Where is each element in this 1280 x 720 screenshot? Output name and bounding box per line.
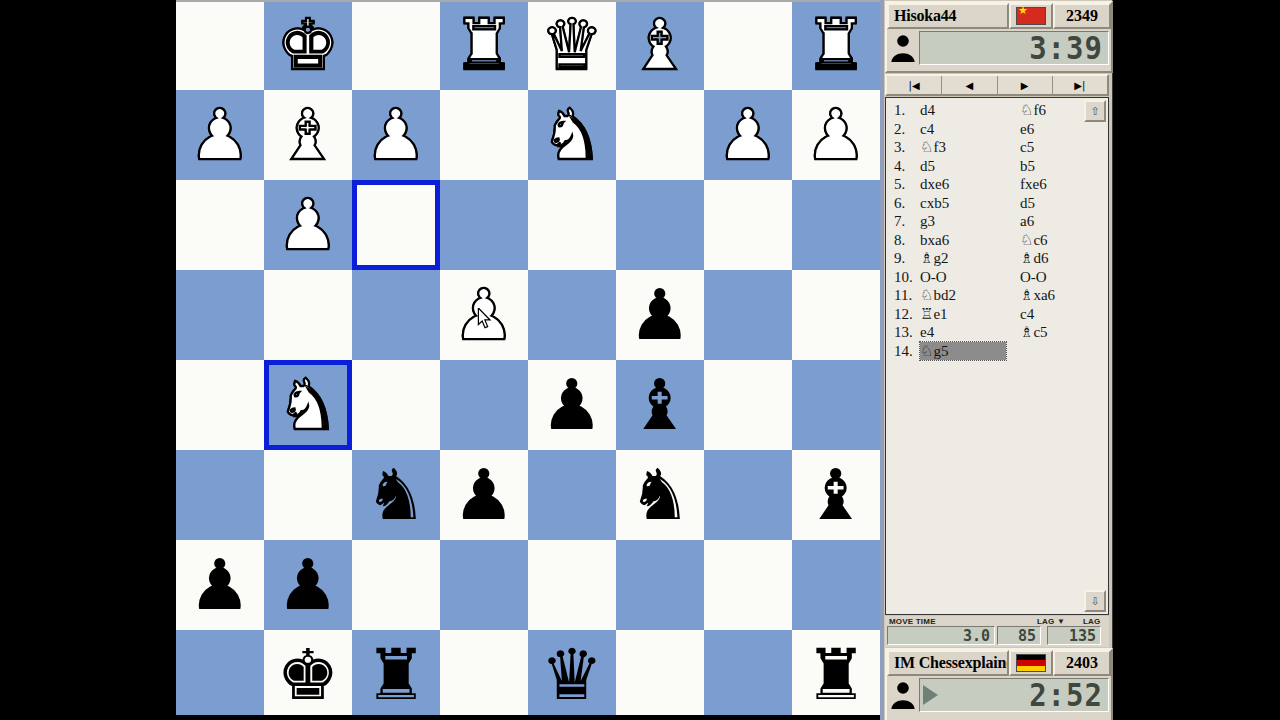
black-move[interactable]: d5 [1020, 194, 1035, 213]
move-navigation-bar: |◀ ◀ ▶ ▶| [885, 74, 1109, 96]
square-f8[interactable]: ♜ [352, 630, 440, 720]
square-h6[interactable] [176, 450, 264, 540]
square-c5[interactable]: ♝ [616, 360, 704, 450]
square-b2[interactable]: ♟ [704, 90, 792, 180]
black-bishop: ♝ [629, 370, 692, 440]
top-player-flag-box [1009, 3, 1053, 29]
move-row: 3.♘f3c5 [886, 138, 1108, 157]
top-player-name-row: Hisoka44 2349 [887, 3, 1111, 29]
move-number: 4. [886, 157, 920, 176]
white-pawn: ♟ [189, 100, 252, 170]
black-move[interactable]: b5 [1020, 157, 1035, 176]
move-row: 11.♘bd2♗xa6 [886, 286, 1108, 305]
white-move[interactable]: ♖e1 [920, 305, 1020, 324]
square-g8[interactable]: ♚ [264, 630, 352, 720]
move-number: 11. [886, 286, 920, 305]
square-b3[interactable] [704, 180, 792, 270]
square-a5[interactable] [792, 360, 880, 450]
scroll-down-button[interactable]: ⇩ [1084, 590, 1106, 612]
square-a3[interactable] [792, 180, 880, 270]
square-h2[interactable]: ♟ [176, 90, 264, 180]
move-row: 12.♖e1c4 [886, 305, 1108, 324]
square-c2[interactable] [616, 90, 704, 180]
square-d3[interactable] [528, 180, 616, 270]
move-list: 1.d4♘f62.c4e63.♘f3c54.d5b55.dxe6fxe66.cx… [885, 97, 1109, 615]
white-move[interactable]: bxa6 [920, 231, 1020, 250]
black-pawn: ♟ [189, 550, 252, 620]
lag-down-label: LAG ▼ [1037, 617, 1065, 626]
move-row: 6.cxb5d5 [886, 194, 1108, 213]
move-number: 8. [886, 231, 920, 250]
top-player-rating: 2349 [1053, 3, 1111, 29]
move-row: 2.c4e6 [886, 120, 1108, 139]
square-b1[interactable] [704, 0, 792, 90]
white-move[interactable]: ♘f3 [920, 138, 1020, 157]
square-f3[interactable] [352, 180, 440, 270]
bottom-clock-time: 2:52 [1029, 677, 1103, 714]
nav-last-button[interactable]: ▶| [1053, 76, 1107, 94]
move-time-label: MOVE TIME [889, 617, 936, 626]
square-g1[interactable]: ♚ [264, 0, 352, 90]
square-f1[interactable] [352, 0, 440, 90]
square-d6[interactable] [528, 450, 616, 540]
chess-app-window: ♚♜♛♝♜♟♝♟♞♟♟♟♟♟♞♟♝♞♟♞♝♟♟♚♜♛♜ Hisoka44 234… [0, 0, 1280, 720]
square-d2[interactable]: ♞ [528, 90, 616, 180]
move-list-rows: 1.d4♘f62.c4e63.♘f3c54.d5b55.dxe6fxe66.cx… [886, 98, 1108, 360]
white-knight: ♞ [277, 370, 340, 440]
square-c4[interactable]: ♟ [616, 270, 704, 360]
square-g5[interactable]: ♞ [264, 360, 352, 450]
bottom-player-rating: 2403 [1053, 650, 1111, 676]
square-c6[interactable]: ♞ [616, 450, 704, 540]
bottom-player-clock-row: 2:52 [887, 676, 1111, 714]
black-move[interactable]: ♘c6 [1020, 231, 1048, 250]
white-move[interactable]: c4 [920, 120, 1020, 139]
game-info-panel: Hisoka44 2349 3:39 [884, 0, 1113, 720]
square-f6[interactable]: ♞ [352, 450, 440, 540]
board-bottom-edge [176, 715, 880, 720]
square-c1[interactable]: ♝ [616, 0, 704, 90]
lag-down-field: 85 [997, 626, 1041, 645]
square-b6[interactable] [704, 450, 792, 540]
move-row: 14.♘g5 [886, 342, 1108, 361]
square-f2[interactable]: ♟ [352, 90, 440, 180]
active-clock-indicator-icon [923, 685, 938, 705]
square-e5[interactable] [440, 360, 528, 450]
scroll-up-button[interactable]: ⇧ [1084, 100, 1106, 122]
bottom-player-clock: 2:52 [919, 678, 1109, 712]
move-number: 5. [886, 175, 920, 194]
square-e7[interactable] [440, 540, 528, 630]
white-pawn: ♟ [805, 100, 868, 170]
timing-stats-bar: MOVE TIME LAG ▼ LAG ▲ 3.0 85 135 [885, 616, 1109, 647]
white-knight: ♞ [541, 100, 604, 170]
square-e3[interactable] [440, 180, 528, 270]
white-queen: ♛ [541, 10, 604, 80]
move-row: 7.g3a6 [886, 212, 1108, 231]
square-a2[interactable]: ♟ [792, 90, 880, 180]
square-c3[interactable] [616, 180, 704, 270]
black-move[interactable]: ♘f6 [1020, 101, 1046, 120]
white-move[interactable]: ♘bd2 [920, 286, 1020, 305]
white-move[interactable]: g3 [920, 212, 1020, 231]
black-move[interactable]: e6 [1020, 120, 1034, 139]
top-player-clock: 3:39 [919, 31, 1109, 65]
move-number: 1. [886, 101, 920, 120]
square-c7[interactable] [616, 540, 704, 630]
white-move[interactable]: O-O [920, 268, 1020, 287]
black-knight: ♞ [629, 460, 692, 530]
lag-down-value: 85 [1018, 627, 1036, 645]
white-move[interactable]: d5 [920, 157, 1020, 176]
black-pawn: ♟ [277, 550, 340, 620]
square-d8[interactable]: ♛ [528, 630, 616, 720]
black-queen: ♛ [541, 640, 604, 710]
top-player-icon [889, 32, 917, 64]
black-move[interactable]: ♗xa6 [1020, 286, 1055, 305]
square-g2[interactable]: ♝ [264, 90, 352, 180]
move-row: 13.e4♗c5 [886, 323, 1108, 342]
square-a7[interactable] [792, 540, 880, 630]
nav-previous-button[interactable]: ◀ [942, 76, 997, 94]
square-f4[interactable] [352, 270, 440, 360]
square-g6[interactable] [264, 450, 352, 540]
move-number: 9. [886, 249, 920, 268]
bottom-player-name: IM Chessexplained [887, 650, 1009, 676]
black-move[interactable]: a6 [1020, 212, 1034, 231]
black-move[interactable]: c5 [1020, 138, 1034, 157]
mouse-cursor-icon [477, 308, 492, 330]
square-g3[interactable]: ♟ [264, 180, 352, 270]
square-d7[interactable] [528, 540, 616, 630]
square-a6[interactable]: ♝ [792, 450, 880, 540]
white-move[interactable]: e4 [920, 323, 1020, 342]
lag-up-value: 135 [1069, 627, 1096, 645]
square-e1[interactable]: ♜ [440, 0, 528, 90]
black-rook: ♜ [805, 640, 868, 710]
move-row: 9.♗g2♗d6 [886, 249, 1108, 268]
white-pawn: ♟ [717, 100, 780, 170]
bottom-player-flag-icon [1016, 654, 1046, 672]
move-row: 10.O-OO-O [886, 268, 1108, 287]
square-d5[interactable]: ♟ [528, 360, 616, 450]
square-c8[interactable] [616, 630, 704, 720]
black-move[interactable]: fxe6 [1020, 175, 1047, 194]
move-number: 10. [886, 268, 920, 287]
black-pawn: ♟ [629, 280, 692, 350]
move-number: 13. [886, 323, 920, 342]
white-bishop: ♝ [277, 100, 340, 170]
bottom-player-name-row: IM Chessexplained 2403 [887, 650, 1111, 676]
bottom-player-flag-box [1009, 650, 1053, 676]
move-number: 14. [886, 342, 920, 361]
square-h8[interactable] [176, 630, 264, 720]
black-rook: ♜ [365, 640, 428, 710]
lag-up-field: 135 [1047, 626, 1101, 645]
square-e8[interactable] [440, 630, 528, 720]
square-h3[interactable] [176, 180, 264, 270]
square-h1[interactable] [176, 0, 264, 90]
square-g4[interactable] [264, 270, 352, 360]
square-e2[interactable] [440, 90, 528, 180]
square-b4[interactable] [704, 270, 792, 360]
white-move[interactable]: cxb5 [920, 194, 1020, 213]
move-number: 7. [886, 212, 920, 231]
square-d1[interactable]: ♛ [528, 0, 616, 90]
white-rook: ♜ [453, 10, 516, 80]
top-clock-time: 3:39 [1029, 30, 1103, 67]
white-bishop: ♝ [629, 10, 692, 80]
square-a4[interactable] [792, 270, 880, 360]
black-bishop: ♝ [805, 460, 868, 530]
chess-board: ♚♜♛♝♜♟♝♟♞♟♟♟♟♟♞♟♝♞♟♞♝♟♟♚♜♛♜ [176, 0, 880, 720]
square-f7[interactable] [352, 540, 440, 630]
white-pawn: ♟ [277, 190, 340, 260]
black-king: ♚ [277, 640, 340, 710]
top-player-flag-icon [1016, 7, 1046, 25]
square-f5[interactable] [352, 360, 440, 450]
top-player-name: Hisoka44 [887, 3, 1009, 29]
white-move[interactable]: ♗g2 [920, 249, 1020, 268]
white-king: ♚ [277, 10, 340, 80]
move-number: 6. [886, 194, 920, 213]
top-player-box: Hisoka44 2349 3:39 [885, 1, 1113, 73]
white-move-selected[interactable]: ♘g5 [920, 342, 1006, 361]
white-pawn: ♟ [365, 100, 428, 170]
black-move[interactable]: ♗d6 [1020, 249, 1048, 268]
square-a8[interactable]: ♜ [792, 630, 880, 720]
move-time-value: 3.0 [963, 627, 990, 645]
top-player-clock-row: 3:39 [887, 29, 1111, 67]
bottom-player-box: IM Chessexplained 2403 2:52 [885, 648, 1113, 720]
bottom-player-icon [889, 679, 917, 711]
nav-next-button[interactable]: ▶ [998, 76, 1053, 94]
black-move[interactable]: O-O [1020, 268, 1047, 287]
black-knight: ♞ [365, 460, 428, 530]
white-rook: ♜ [805, 10, 868, 80]
square-b8[interactable] [704, 630, 792, 720]
square-d4[interactable] [528, 270, 616, 360]
square-b7[interactable] [704, 540, 792, 630]
move-row: 8.bxa6♘c6 [886, 231, 1108, 250]
move-number: 2. [886, 120, 920, 139]
square-g7[interactable]: ♟ [264, 540, 352, 630]
white-move[interactable]: dxe6 [920, 175, 1020, 194]
square-a1[interactable]: ♜ [792, 0, 880, 90]
move-row: 1.d4♘f6 [886, 101, 1108, 120]
black-pawn: ♟ [541, 370, 604, 440]
move-number: 12. [886, 305, 920, 324]
square-e6[interactable]: ♟ [440, 450, 528, 540]
move-row: 4.d5b5 [886, 157, 1108, 176]
square-h7[interactable]: ♟ [176, 540, 264, 630]
square-b5[interactable] [704, 360, 792, 450]
move-number: 3. [886, 138, 920, 157]
black-move[interactable]: ♗c5 [1020, 323, 1048, 342]
square-h4[interactable] [176, 270, 264, 360]
square-h5[interactable] [176, 360, 264, 450]
black-pawn: ♟ [453, 460, 516, 530]
board-top-edge [176, 0, 880, 2]
black-move[interactable]: c4 [1020, 305, 1034, 324]
white-move[interactable]: d4 [920, 101, 1020, 120]
move-time-field: 3.0 [887, 626, 995, 645]
move-row: 5.dxe6fxe6 [886, 175, 1108, 194]
nav-first-button[interactable]: |◀ [887, 76, 942, 94]
